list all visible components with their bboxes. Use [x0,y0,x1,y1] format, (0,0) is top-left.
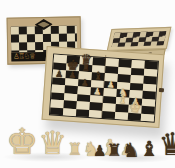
front-piece-light-king: ♚ [6,125,38,158]
square-b1 [63,108,76,116]
piece-pawn-dark: ♟ [55,69,64,79]
piece-rook-dark: ♜ [81,62,91,73]
square-f3: ♝ [116,96,129,104]
square-h1 [141,113,154,121]
square-c5: ♟ [78,79,91,87]
front-piece-dark-pawn: ♟ [93,145,106,159]
square-f1 [115,111,128,119]
front-piece-dark-queen: ♛ [158,130,175,159]
box-piece-silhouettes-icon: ♙♖♘♕ [13,53,34,60]
square-c7: ♜ [79,64,92,72]
folded-board-checker [112,31,167,47]
folded-board-top-face [107,27,172,51]
piece-bishop-light: ♝ [117,94,128,106]
square-a1 [50,107,63,115]
square-g2: ♚ [128,105,141,113]
product-photo-canvas: ♙♖♘♕ ♛♚♜♟♟♝♟♟♟♞♝♟♚ ♚♛♜♞♝♟ ♟♜♞♝♛♚ [0,0,175,168]
piece-pawn-light: ♟ [93,87,102,97]
front-piece-dark-bishop: ♝ [140,140,159,159]
front-row-dark: ♟♜♞♝♛♚ [93,126,172,159]
square-c1 [76,109,89,117]
box-diamond-logo-inner [38,21,50,27]
square-a6: ♟ [53,69,66,77]
front-piece-light-queen: ♛ [38,129,67,158]
piece-king-light: ♚ [128,99,142,114]
piece-pawn-light: ♟ [106,80,115,90]
front-piece-light-rook: ♜ [67,142,82,158]
square-d6: ♝ [91,72,104,80]
open-board: ♛♚♜♟♟♝♟♟♟♞♝♟♚ [42,46,165,128]
square-e5: ♟ [104,81,117,89]
front-row-light: ♚♛♜♞♝♟ [6,125,90,158]
piece-bishop-dark: ♝ [93,70,104,82]
piece-pawn-dark: ♟ [68,70,77,80]
board-clasp-icon [159,88,164,92]
piece-pawn-dark: ♟ [80,78,89,88]
square-e1 [102,111,115,119]
front-piece-dark-rook: ♜ [106,143,121,159]
front-piece-dark-knight: ♞ [122,141,140,159]
